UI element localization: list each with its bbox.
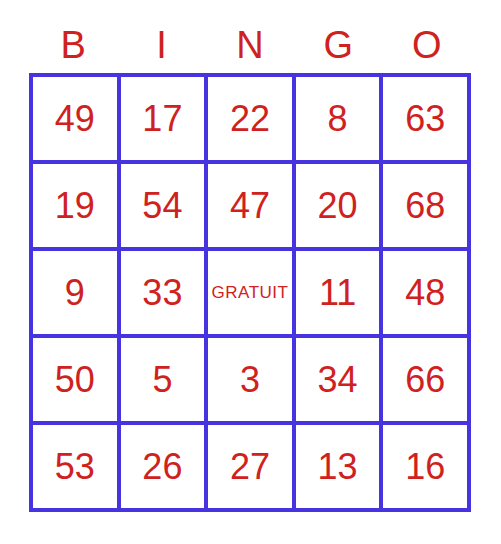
bingo-cell-r1c2[interactable]: 17 <box>119 75 207 162</box>
bingo-cell-r3c4[interactable]: 11 <box>294 249 382 336</box>
bingo-card: B I N G O 49 17 22 8 63 19 54 47 20 68 9… <box>0 0 501 544</box>
bingo-cell-r2c1[interactable]: 19 <box>31 162 119 249</box>
bingo-cell-r5c2[interactable]: 26 <box>119 423 207 510</box>
header-letter-n: N <box>236 26 263 64</box>
bingo-cell-r4c3[interactable]: 3 <box>206 336 294 423</box>
bingo-cell-r3c1[interactable]: 9 <box>31 249 119 336</box>
bingo-cell-r3c2[interactable]: 33 <box>119 249 207 336</box>
bingo-cell-r1c1[interactable]: 49 <box>31 75 119 162</box>
header-letter-o: O <box>412 26 442 64</box>
bingo-cell-r2c2[interactable]: 54 <box>119 162 207 249</box>
bingo-cell-r2c3[interactable]: 47 <box>206 162 294 249</box>
bingo-cell-r2c4[interactable]: 20 <box>294 162 382 249</box>
bingo-cell-r5c3[interactable]: 27 <box>206 423 294 510</box>
header-letter-i: I <box>156 26 167 64</box>
bingo-cell-r4c5[interactable]: 66 <box>381 336 469 423</box>
bingo-cell-r1c4[interactable]: 8 <box>294 75 382 162</box>
bingo-cell-r1c5[interactable]: 63 <box>381 75 469 162</box>
bingo-cell-r4c4[interactable]: 34 <box>294 336 382 423</box>
bingo-cell-r5c4[interactable]: 13 <box>294 423 382 510</box>
bingo-cell-r1c3[interactable]: 22 <box>206 75 294 162</box>
header-letter-g: G <box>324 26 354 64</box>
bingo-cell-r4c1[interactable]: 50 <box>31 336 119 423</box>
bingo-cell-r4c2[interactable]: 5 <box>119 336 207 423</box>
bingo-cell-r3c5[interactable]: 48 <box>381 249 469 336</box>
bingo-cell-r2c5[interactable]: 68 <box>381 162 469 249</box>
header-letter-b: B <box>61 26 86 64</box>
bingo-board: 49 17 22 8 63 19 54 47 20 68 9 33 GRATUI… <box>29 73 471 512</box>
bingo-cell-free-space[interactable]: GRATUIT <box>206 249 294 336</box>
bingo-header: B I N G O <box>29 0 471 73</box>
bingo-cell-r5c1[interactable]: 53 <box>31 423 119 510</box>
bingo-cell-r5c5[interactable]: 16 <box>381 423 469 510</box>
